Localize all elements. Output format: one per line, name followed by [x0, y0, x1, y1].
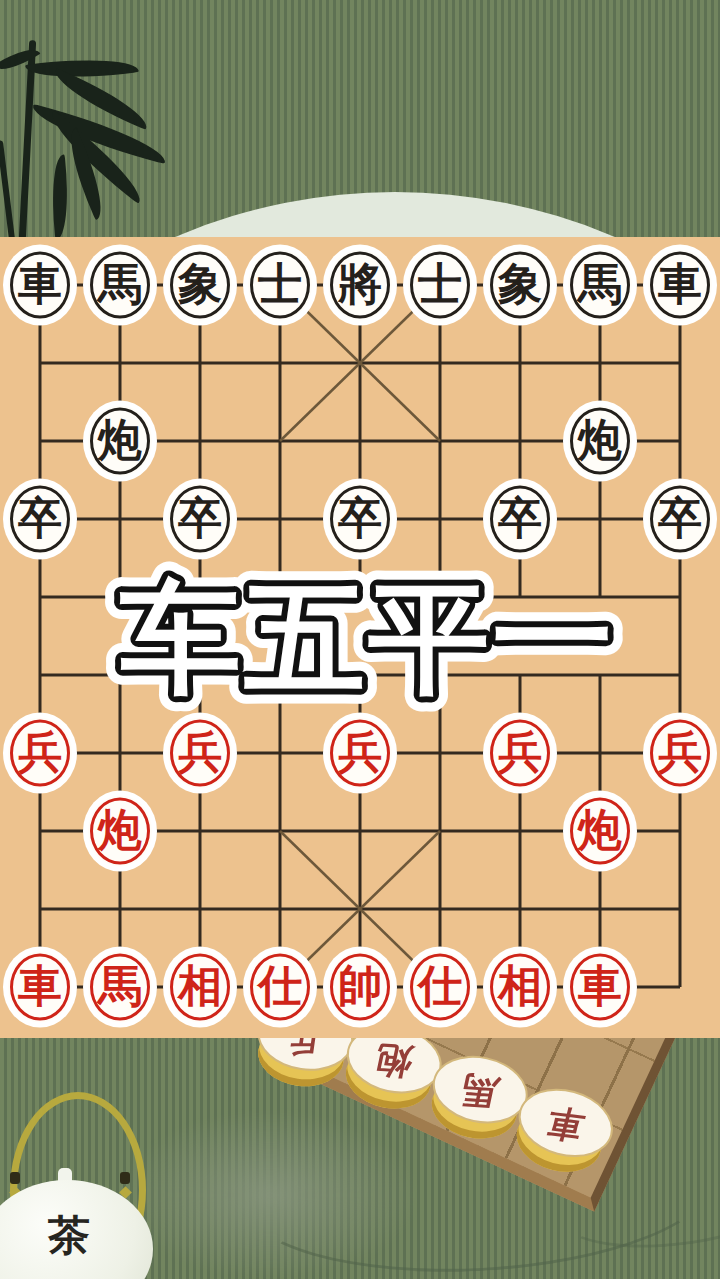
piece-glyph: 車	[658, 262, 702, 306]
piece-black-炮[interactable]: 炮	[88, 406, 152, 477]
piece-red-炮[interactable]: 炮	[88, 796, 152, 867]
piece-red-仕[interactable]: 仕	[408, 952, 472, 1023]
piece-black-將[interactable]: 將	[328, 250, 392, 321]
piece-glyph: 相	[178, 964, 222, 1008]
screen: 兵炮馬車 茶	[0, 0, 720, 1279]
move-caption: 车五平一 车五平一	[0, 538, 720, 738]
piece-glyph: 仕	[418, 964, 462, 1008]
piece-red-車[interactable]: 車	[568, 952, 632, 1023]
piece-glyph: 卒	[498, 496, 542, 540]
piece-glyph: 卒	[178, 496, 222, 540]
tray-piece-glyph: 炮	[371, 1034, 417, 1085]
piece-black-馬[interactable]: 馬	[88, 250, 152, 321]
piece-red-車[interactable]: 車	[8, 952, 72, 1023]
piece-black-炮[interactable]: 炮	[568, 406, 632, 477]
piece-black-車[interactable]: 車	[8, 250, 72, 321]
piece-black-車[interactable]: 車	[648, 250, 712, 321]
piece-glyph: 卒	[338, 496, 382, 540]
piece-red-馬[interactable]: 馬	[88, 952, 152, 1023]
tray-piece-glyph: 車	[542, 1097, 591, 1149]
piece-glyph: 士	[418, 262, 462, 306]
piece-glyph: 卒	[18, 496, 62, 540]
piece-glyph: 仕	[258, 964, 302, 1008]
piece-glyph: 炮	[578, 808, 622, 852]
piece-glyph: 馬	[98, 262, 142, 306]
piece-red-仕[interactable]: 仕	[248, 952, 312, 1023]
piece-glyph: 炮	[578, 418, 622, 462]
piece-black-象[interactable]: 象	[168, 250, 232, 321]
piece-glyph: 相	[498, 964, 542, 1008]
piece-glyph: 炮	[98, 418, 142, 462]
piece-glyph: 車	[18, 262, 62, 306]
piece-black-象[interactable]: 象	[488, 250, 552, 321]
piece-glyph: 將	[338, 262, 382, 306]
move-caption-text: 车五平一	[119, 568, 616, 709]
piece-glyph: 車	[18, 964, 62, 1008]
teapot-label: 茶	[24, 1208, 114, 1264]
piece-red-帥[interactable]: 帥	[328, 952, 392, 1023]
teapot: 茶	[0, 1080, 340, 1279]
piece-glyph: 象	[178, 262, 222, 306]
piece-glyph: 象	[498, 262, 542, 306]
piece-glyph: 帥	[338, 964, 382, 1008]
piece-black-馬[interactable]: 馬	[568, 250, 632, 321]
bamboo-leaf-icon	[47, 154, 74, 239]
teapot-handle-knot	[10, 1172, 20, 1184]
piece-black-士[interactable]: 士	[408, 250, 472, 321]
piece-red-炮[interactable]: 炮	[568, 796, 632, 867]
piece-glyph: 馬	[578, 262, 622, 306]
piece-glyph: 馬	[98, 964, 142, 1008]
piece-red-相[interactable]: 相	[168, 952, 232, 1023]
teapot-handle-knot	[120, 1172, 130, 1184]
piece-glyph: 車	[578, 964, 622, 1008]
piece-glyph: 卒	[658, 496, 702, 540]
piece-glyph: 士	[258, 262, 302, 306]
tray-piece-glyph: 馬	[457, 1064, 503, 1115]
piece-red-相[interactable]: 相	[488, 952, 552, 1023]
piece-black-士[interactable]: 士	[248, 250, 312, 321]
piece-glyph: 炮	[98, 808, 142, 852]
